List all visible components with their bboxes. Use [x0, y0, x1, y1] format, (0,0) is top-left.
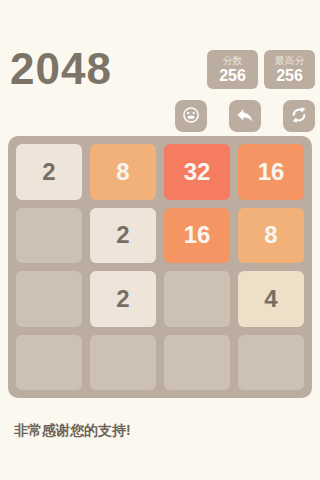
empty-cell [164, 271, 230, 327]
tile-8: 8 [238, 208, 304, 264]
empty-cell [16, 271, 82, 327]
page-title: 2048 [10, 44, 112, 94]
empty-cell [90, 335, 156, 391]
refresh-icon [289, 105, 309, 128]
score-box: 分数 256 [207, 50, 258, 89]
best-score-value: 256 [276, 67, 303, 85]
footer-message: 非常感谢您的支持! [14, 422, 131, 440]
scoreboard: 分数 256 最高分 256 [207, 50, 315, 89]
best-score-box: 最高分 256 [264, 50, 315, 89]
tile-4: 4 [238, 271, 304, 327]
score-value: 256 [219, 67, 246, 85]
empty-cell [16, 208, 82, 264]
empty-cell [164, 335, 230, 391]
undo-button[interactable] [229, 100, 261, 132]
mood-button[interactable] [175, 100, 207, 132]
smiley-face-icon [181, 105, 201, 128]
tile-32: 32 [164, 144, 230, 200]
toolbar [175, 100, 315, 132]
restart-button[interactable] [283, 100, 315, 132]
tile-2: 2 [90, 271, 156, 327]
score-label: 分数 [223, 55, 243, 67]
board-grid[interactable]: 283216216824 [8, 136, 312, 398]
empty-cell [16, 335, 82, 391]
tile-8: 8 [90, 144, 156, 200]
tile-16: 16 [164, 208, 230, 264]
best-score-label: 最高分 [275, 55, 305, 67]
game-screen: 2048 分数 256 最高分 256 [0, 0, 320, 480]
tile-16: 16 [238, 144, 304, 200]
undo-arrow-icon [235, 105, 255, 128]
empty-cell [238, 335, 304, 391]
tile-2: 2 [90, 208, 156, 264]
tile-2: 2 [16, 144, 82, 200]
